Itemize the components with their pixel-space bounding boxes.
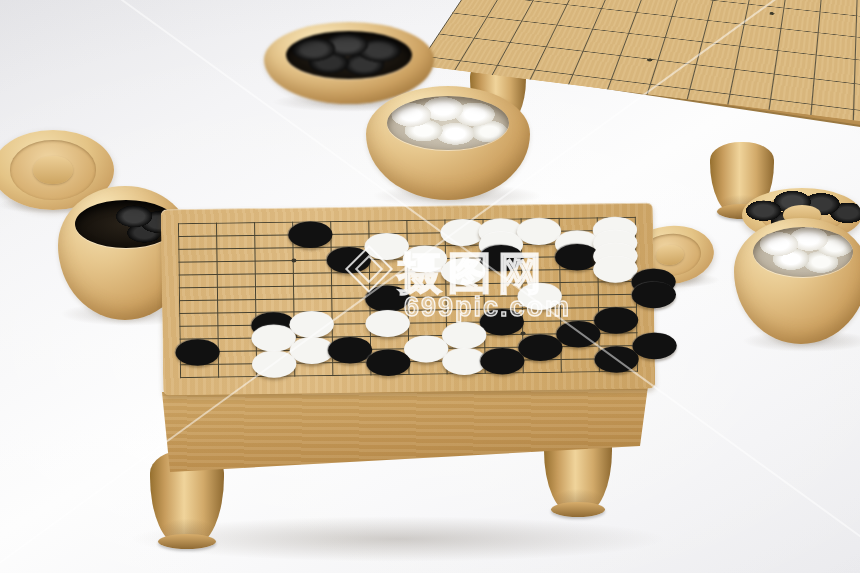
empty-intersection [408, 381, 446, 394]
empty-intersection [177, 231, 215, 244]
black-stone-r11-c6: ● [369, 356, 407, 369]
empty-intersection [179, 385, 217, 398]
white-stone-bowl-center [366, 86, 530, 200]
black-stones-in-bowl [286, 31, 412, 79]
empty-intersection [178, 308, 216, 321]
white-stone-glyph: ● [362, 321, 413, 322]
empty-intersection [215, 256, 253, 269]
white-stone-glyph: ● [249, 361, 300, 362]
empty-intersection [254, 281, 292, 294]
black-stone-glyph: ● [172, 349, 223, 350]
empty-intersection [598, 379, 636, 392]
black-stone-glyph: ● [477, 357, 528, 358]
empty-intersection [331, 382, 369, 395]
empty-intersection [179, 372, 217, 385]
empty-intersection [215, 243, 253, 256]
empty-intersection [178, 269, 216, 282]
empty-intersection [255, 384, 293, 397]
white-stone-r4-c8: ● [444, 265, 482, 278]
empty-intersection [292, 280, 330, 293]
white-stones-in-bowl [753, 227, 853, 277]
empty-intersection [177, 256, 215, 269]
black-stone-glyph: ● [323, 257, 374, 258]
white-stones-in-bowl [387, 96, 509, 150]
empty-intersection [216, 269, 254, 282]
empty-intersection [446, 381, 484, 394]
white-stone-bowl-right [734, 218, 860, 344]
empty-intersection [293, 383, 331, 396]
black-stone-r3-c5: ● [330, 254, 368, 267]
go-board: ●●●●●●●●●●●●●●●●●●●●●●●●●●●●●●●●●●●●●●● [161, 203, 656, 396]
black-stone-glyph: ● [363, 359, 414, 360]
empty-intersection [177, 244, 215, 257]
white-stone-glyph: ● [438, 268, 489, 269]
board-grid: ●●●●●●●●●●●●●●●●●●●●●●●●●●●●●●●●●●●●●●● [178, 217, 638, 378]
empty-intersection [370, 382, 408, 395]
empty-intersection [254, 268, 292, 281]
black-stone-glyph: ● [591, 356, 642, 357]
white-stone-glyph: ● [514, 293, 565, 294]
black-stone-glyph: ● [629, 291, 680, 292]
stones-layer: ●●●●●●●●●●●●●●●●●●●●●●●●●●●●●●●●●●●●●●● [177, 224, 674, 398]
black-stone-r11-c12: ● [598, 353, 636, 366]
black-stone-glyph: ● [285, 232, 336, 233]
empty-intersection [254, 255, 292, 268]
empty-intersection [216, 281, 254, 294]
empty-intersection [636, 378, 674, 391]
black-stone-glyph: ● [362, 295, 413, 296]
white-stone-r11-c3: ● [255, 358, 293, 371]
empty-intersection [560, 379, 598, 392]
empty-intersection [178, 282, 216, 295]
empty-intersection [215, 230, 253, 243]
black-stone-r10-c1: ● [179, 346, 217, 359]
empty-intersection [522, 380, 560, 393]
empty-intersection [217, 384, 255, 397]
black-stone-r11-c9: ● [483, 355, 521, 368]
empty-intersection [178, 295, 216, 308]
photo-canvas: ●●●●●●●●●●●●●●●●●●●●●●●●●●●●●●●●●●●●●●● … [0, 0, 860, 573]
empty-intersection [484, 380, 522, 393]
